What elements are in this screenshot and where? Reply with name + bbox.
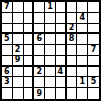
sudoku-board: 71425682796243159 [0, 0, 101, 101]
cell-r3c8[interactable] [77, 24, 88, 35]
cell-r1c5[interactable]: 1 [45, 2, 56, 13]
cell-r2c8[interactable]: 4 [77, 13, 88, 24]
cell-r2c9[interactable] [88, 13, 99, 24]
cell-r3c6[interactable] [56, 24, 67, 35]
cell-r7c2[interactable] [13, 67, 24, 78]
cell-r8c9[interactable]: 5 [88, 77, 99, 88]
cell-r2c7[interactable] [67, 13, 78, 24]
cell-r5c9[interactable]: 7 [88, 45, 99, 56]
cell-r3c7[interactable]: 2 [67, 24, 78, 35]
cell-r8c2[interactable] [13, 77, 24, 88]
cell-r3c9[interactable] [88, 24, 99, 35]
cell-r5c4[interactable] [34, 45, 45, 56]
cell-r1c9[interactable] [88, 2, 99, 13]
cell-r5c1[interactable] [2, 45, 13, 56]
cell-r3c2[interactable] [13, 24, 24, 35]
cell-r4c3[interactable] [24, 34, 35, 45]
cell-r6c8[interactable] [77, 56, 88, 67]
cell-r9c4[interactable]: 9 [34, 88, 45, 99]
cell-r1c2[interactable] [13, 2, 24, 13]
cell-r7c5[interactable] [45, 67, 56, 78]
cell-r6c2[interactable]: 9 [13, 56, 24, 67]
cell-r6c4[interactable] [34, 56, 45, 67]
cell-r5c6[interactable] [56, 45, 67, 56]
cell-r1c8[interactable] [77, 2, 88, 13]
cell-r4c4[interactable]: 6 [34, 34, 45, 45]
cell-r1c3[interactable] [24, 2, 35, 13]
cell-r7c9[interactable] [88, 67, 99, 78]
cell-r4c1[interactable]: 5 [2, 34, 13, 45]
cell-r2c1[interactable] [2, 13, 13, 24]
cell-r4c8[interactable] [77, 34, 88, 45]
cell-r3c3[interactable] [24, 24, 35, 35]
cell-r2c2[interactable] [13, 13, 24, 24]
cell-r6c5[interactable] [45, 56, 56, 67]
cell-r6c9[interactable] [88, 56, 99, 67]
cell-r1c7[interactable] [67, 2, 78, 13]
cell-r8c7[interactable] [67, 77, 78, 88]
cell-r9c1[interactable] [2, 88, 13, 99]
cell-r2c3[interactable] [24, 13, 35, 24]
cell-r5c8[interactable] [77, 45, 88, 56]
cell-r3c1[interactable] [2, 24, 13, 35]
cell-r9c9[interactable] [88, 88, 99, 99]
cell-r9c3[interactable] [24, 88, 35, 99]
cell-r4c5[interactable] [45, 34, 56, 45]
cell-r5c7[interactable] [67, 45, 78, 56]
cell-r4c6[interactable] [56, 34, 67, 45]
cell-r6c1[interactable] [2, 56, 13, 67]
cell-r9c6[interactable] [56, 88, 67, 99]
cell-r8c3[interactable] [24, 77, 35, 88]
cell-r2c4[interactable] [34, 13, 45, 24]
cell-r5c5[interactable] [45, 45, 56, 56]
cell-r9c5[interactable] [45, 88, 56, 99]
cell-r8c4[interactable] [34, 77, 45, 88]
cell-r4c7[interactable]: 8 [67, 34, 78, 45]
cell-r3c4[interactable] [34, 24, 45, 35]
cell-r9c7[interactable] [67, 88, 78, 99]
cell-r2c6[interactable] [56, 13, 67, 24]
cell-r5c3[interactable] [24, 45, 35, 56]
cell-r9c8[interactable] [77, 88, 88, 99]
cell-r2c5[interactable] [45, 13, 56, 24]
cell-r3c5[interactable] [45, 24, 56, 35]
cell-r6c3[interactable] [24, 56, 35, 67]
cell-r8c1[interactable]: 3 [2, 77, 13, 88]
cell-r1c6[interactable] [56, 2, 67, 13]
cell-r1c4[interactable] [34, 2, 45, 13]
cell-r8c5[interactable] [45, 77, 56, 88]
cell-r4c9[interactable] [88, 34, 99, 45]
cell-r8c6[interactable] [56, 77, 67, 88]
cell-r7c1[interactable]: 6 [2, 67, 13, 78]
cell-r9c2[interactable] [13, 88, 24, 99]
cell-r7c7[interactable] [67, 67, 78, 78]
cell-r7c3[interactable] [24, 67, 35, 78]
cell-r1c1[interactable]: 7 [2, 2, 13, 13]
cell-r4c2[interactable] [13, 34, 24, 45]
cell-r7c4[interactable]: 2 [34, 67, 45, 78]
cell-r8c8[interactable]: 1 [77, 77, 88, 88]
cell-r6c6[interactable] [56, 56, 67, 67]
cell-r5c2[interactable]: 2 [13, 45, 24, 56]
cell-r7c8[interactable] [77, 67, 88, 78]
cell-r7c6[interactable]: 4 [56, 67, 67, 78]
cell-r6c7[interactable] [67, 56, 78, 67]
